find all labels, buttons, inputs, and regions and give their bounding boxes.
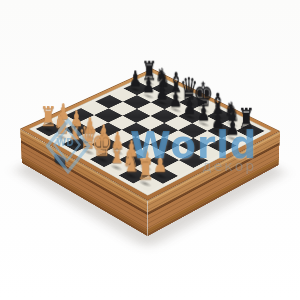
scene-3d: ♜♞♝♛♚♝♞♜♟♟♟♟♟♟♟♟♟♟♟♟♟♟♟♟♜♞♝♛♚♝♞♜ <box>0 0 300 300</box>
product-photo: ♜♞♝♛♚♝♞♜♟♟♟♟♟♟♟♟♟♟♟♟♟♟♟♟♜♞♝♛♚♝♞♜ WD Worl… <box>0 0 300 300</box>
chess-box: ♜♞♝♛♚♝♞♜♟♟♟♟♟♟♟♟♟♟♟♟♟♟♟♟♜♞♝♛♚♝♞♜ <box>20 69 280 201</box>
rook-piece-glyph: ♜ <box>133 157 157 184</box>
box-latch <box>54 152 65 168</box>
pawn-piece-glyph: ♟ <box>221 118 244 139</box>
